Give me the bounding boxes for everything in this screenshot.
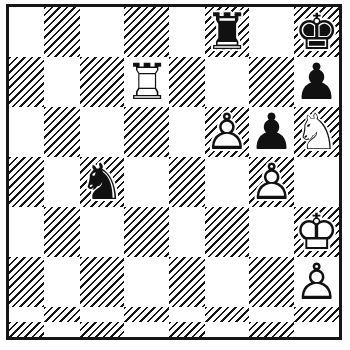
square-e4[interactable]	[169, 207, 204, 257]
square-g5[interactable]: ♟♙	[249, 157, 294, 207]
square-a4[interactable]	[9, 207, 44, 257]
square-g1[interactable]	[249, 322, 294, 337]
piece-glyph: ♚	[294, 7, 339, 57]
white-king[interactable]: ♚♔	[294, 207, 339, 257]
square-d5[interactable]	[124, 157, 169, 207]
square-g4[interactable]	[249, 207, 294, 257]
square-c5[interactable]: ♞♞	[80, 157, 125, 207]
square-d6[interactable]	[124, 107, 169, 157]
black-pawn[interactable]: ♟♟	[249, 107, 294, 157]
square-h5[interactable]	[294, 157, 339, 207]
square-h8[interactable]: ♚♚	[294, 7, 339, 57]
square-g6[interactable]: ♟♟	[249, 107, 294, 157]
square-a2[interactable]	[9, 307, 44, 322]
square-b7[interactable]	[44, 57, 79, 107]
square-c3[interactable]	[80, 257, 125, 307]
square-a6[interactable]	[9, 107, 44, 157]
square-e1[interactable]	[169, 322, 204, 337]
black-king[interactable]: ♚♚	[294, 7, 339, 57]
square-f6[interactable]: ♟♙	[205, 107, 250, 157]
square-c8[interactable]	[80, 7, 125, 57]
square-e8[interactable]	[169, 7, 204, 57]
square-h2[interactable]	[294, 307, 339, 322]
piece-glyph: ♟	[294, 57, 339, 107]
piece-glyph: ♘	[294, 107, 339, 157]
square-c7[interactable]	[80, 57, 125, 107]
square-c2[interactable]	[80, 307, 125, 322]
square-b8[interactable]	[44, 7, 79, 57]
page: ♜♜♚♚♜♖♟♟♟♙♟♟♞♘♞♞♟♙♚♔♟♙	[0, 0, 350, 350]
piece-glyph: ♙	[205, 107, 250, 157]
square-h1[interactable]	[294, 322, 339, 337]
square-a1[interactable]	[9, 322, 44, 337]
square-a7[interactable]	[9, 57, 44, 107]
square-d8[interactable]	[124, 7, 169, 57]
square-a3[interactable]	[9, 257, 44, 307]
black-pawn[interactable]: ♟♟	[294, 57, 339, 107]
white-rook[interactable]: ♜♖	[124, 57, 169, 107]
square-b1[interactable]	[44, 322, 79, 337]
square-d4[interactable]	[124, 207, 169, 257]
square-b5[interactable]	[44, 157, 79, 207]
square-a8[interactable]	[9, 7, 44, 57]
square-f5[interactable]	[205, 157, 250, 207]
piece-glyph: ♟	[249, 107, 294, 157]
square-d3[interactable]	[124, 257, 169, 307]
square-b3[interactable]	[44, 257, 79, 307]
piece-glyph: ♔	[294, 207, 339, 257]
square-g8[interactable]	[249, 7, 294, 57]
piece-glyph: ♖	[124, 57, 169, 107]
square-h4[interactable]: ♚♔	[294, 207, 339, 257]
square-a5[interactable]	[9, 157, 44, 207]
square-e2[interactable]	[169, 307, 204, 322]
black-rook[interactable]: ♜♜	[205, 7, 250, 57]
square-d7[interactable]: ♜♖	[124, 57, 169, 107]
square-g2[interactable]	[249, 307, 294, 322]
square-d2[interactable]	[124, 307, 169, 322]
square-d1[interactable]	[124, 322, 169, 337]
piece-glyph: ♜	[205, 7, 250, 57]
square-g7[interactable]	[249, 57, 294, 107]
square-f4[interactable]	[205, 207, 250, 257]
square-e7[interactable]	[169, 57, 204, 107]
square-h7[interactable]: ♟♟	[294, 57, 339, 107]
square-c6[interactable]	[80, 107, 125, 157]
square-f2[interactable]	[205, 307, 250, 322]
white-pawn[interactable]: ♟♙	[294, 257, 339, 307]
square-c1[interactable]	[80, 322, 125, 337]
square-b4[interactable]	[44, 207, 79, 257]
piece-glyph: ♙	[249, 157, 294, 207]
square-f1[interactable]	[205, 322, 250, 337]
square-e5[interactable]	[169, 157, 204, 207]
square-b6[interactable]	[44, 107, 79, 157]
square-g3[interactable]	[249, 257, 294, 307]
white-knight[interactable]: ♞♘	[294, 107, 339, 157]
square-h6[interactable]: ♞♘	[294, 107, 339, 157]
board-frame: ♜♜♚♚♜♖♟♟♟♙♟♟♞♘♞♞♟♙♚♔♟♙	[6, 4, 342, 340]
black-knight[interactable]: ♞♞	[80, 157, 125, 207]
square-e6[interactable]	[169, 107, 204, 157]
piece-glyph: ♞	[80, 157, 125, 207]
square-f3[interactable]	[205, 257, 250, 307]
chess-board: ♜♜♚♚♜♖♟♟♟♙♟♟♞♘♞♞♟♙♚♔♟♙	[9, 7, 339, 337]
square-h3[interactable]: ♟♙	[294, 257, 339, 307]
square-f8[interactable]: ♜♜	[205, 7, 250, 57]
piece-glyph: ♙	[294, 257, 339, 307]
square-c4[interactable]	[80, 207, 125, 257]
square-e3[interactable]	[169, 257, 204, 307]
white-pawn[interactable]: ♟♙	[249, 157, 294, 207]
square-f7[interactable]	[205, 57, 250, 107]
white-pawn[interactable]: ♟♙	[205, 107, 250, 157]
square-b2[interactable]	[44, 307, 79, 322]
